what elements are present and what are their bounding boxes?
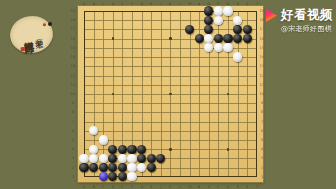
coordinate-label-bottom: B (91, 185, 96, 188)
white-stone (99, 135, 108, 144)
coordinate-label-bottom: N (197, 185, 202, 188)
play-logo-icon (265, 9, 277, 22)
red-seal-dot-icon (43, 23, 46, 26)
channel-stamp: 好围棋 宋老师 (8, 14, 55, 56)
coordinate-label-top: H (149, 2, 154, 5)
coordinate-label-right: 9 (260, 101, 265, 104)
coordinate-label-bottom: Q (226, 185, 231, 188)
coordinate-label-left: 19 (71, 9, 76, 12)
channel-handle-text: @宋老师好围棋 (281, 24, 332, 34)
coordinate-label-top: M (187, 2, 192, 5)
coordinate-label-bottom: S (245, 185, 250, 188)
white-stone (79, 154, 88, 163)
white-stone (223, 6, 232, 15)
coordinate-label-left: 5 (71, 138, 76, 141)
coordinate-label-top: L (178, 2, 183, 5)
coordinate-label-top: C (101, 2, 106, 5)
star-point (169, 93, 172, 96)
coordinate-label-right: 14 (260, 55, 265, 58)
star-point (169, 37, 172, 40)
coordinate-label-bottom: D (110, 185, 115, 188)
coordinate-label-left: 10 (71, 92, 76, 95)
coordinate-label-left: 9 (71, 101, 76, 104)
coordinate-label-left: 11 (71, 83, 76, 86)
black-stone (204, 6, 213, 15)
coordinate-label-left: 16 (71, 37, 76, 40)
coordinate-label-left: 17 (71, 28, 76, 31)
white-stone (99, 154, 108, 163)
video-frame: 好围棋 宋老师 好看视频 @宋老师好围棋 AABBCCDDEEFFGGHHJJK… (0, 0, 336, 189)
coordinate-label-left: 6 (71, 129, 76, 132)
coordinate-label-bottom: A (82, 185, 87, 188)
stamp-text-small: 宋老师 (33, 33, 41, 34)
coordinate-label-top: Q (226, 2, 231, 5)
coordinate-label-left: 15 (71, 46, 76, 49)
coordinate-label-bottom: M (187, 185, 192, 188)
coordinate-label-top: J (158, 2, 163, 5)
coordinate-label-right: 2 (260, 166, 265, 169)
coordinate-label-left: 2 (71, 166, 76, 169)
coordinate-label-left: 18 (71, 18, 76, 21)
coordinate-label-bottom: R (235, 185, 240, 188)
star-point (112, 37, 115, 40)
coordinate-label-top: T (254, 2, 259, 5)
red-seal-icon (20, 47, 24, 51)
coordinate-label-right: 12 (260, 74, 265, 77)
black-stone (147, 163, 156, 172)
black-stone (99, 163, 108, 172)
coordinate-label-right: 11 (260, 83, 265, 86)
white-stone (233, 52, 242, 61)
coordinate-label-top: O (206, 2, 211, 5)
coordinate-label-bottom: F (130, 185, 135, 188)
black-stone (223, 34, 232, 43)
watermark-logo-text: 好看视频 (281, 7, 333, 24)
coordinate-label-right: 13 (260, 65, 265, 68)
black-stone (243, 34, 252, 43)
coordinate-label-top: P (216, 2, 221, 5)
white-stone (214, 16, 223, 25)
coordinate-label-bottom: C (101, 185, 106, 188)
star-point (227, 148, 230, 151)
coordinate-label-top: A (82, 2, 87, 5)
coordinate-label-right: 5 (260, 138, 265, 141)
coordinate-label-right: 19 (260, 9, 265, 12)
star-point (169, 148, 172, 151)
coordinate-label-bottom: T (254, 185, 259, 188)
coordinate-label-top: G (139, 2, 144, 5)
coordinate-label-right: 1 (260, 175, 265, 178)
white-stone (127, 154, 136, 163)
coordinate-label-top: S (245, 2, 250, 5)
coordinate-label-top: R (235, 2, 240, 5)
coordinate-label-top: N (197, 2, 202, 5)
white-stone (127, 172, 136, 181)
coordinate-label-bottom: P (216, 185, 221, 188)
black-stone (243, 25, 252, 34)
black-stone (127, 145, 136, 154)
coordinate-label-left: 7 (71, 120, 76, 123)
coordinate-label-right: 8 (260, 111, 265, 114)
coordinate-label-top: F (130, 2, 135, 5)
coordinate-label-right: 6 (260, 129, 265, 132)
coordinate-label-right: 17 (260, 28, 265, 31)
coordinate-label-bottom: J (158, 185, 163, 188)
coordinate-label-bottom: E (120, 185, 125, 188)
coordinate-label-right: 3 (260, 157, 265, 160)
coordinate-label-left: 1 (71, 175, 76, 178)
coordinate-label-bottom: K (168, 185, 173, 188)
coordinate-label-right: 18 (260, 18, 265, 21)
black-stone (147, 154, 156, 163)
white-stone (233, 16, 242, 25)
coordinate-label-left: 8 (71, 111, 76, 114)
coordinate-label-left: 12 (71, 74, 76, 77)
stamp-text-big: 好围棋 (22, 34, 32, 35)
black-stone (79, 163, 88, 172)
coordinate-label-bottom: L (178, 185, 183, 188)
coordinate-label-top: E (120, 2, 125, 5)
white-stone (214, 6, 223, 15)
white-stone (118, 154, 127, 163)
coordinate-label-right: 4 (260, 148, 265, 151)
coordinate-label-top: D (110, 2, 115, 5)
coordinate-label-right: 15 (260, 46, 265, 49)
stamp-ink-dot-icon (48, 22, 52, 26)
black-stone (118, 145, 127, 154)
coordinate-label-right: 7 (260, 120, 265, 123)
coordinate-label-bottom: H (149, 185, 154, 188)
coordinate-label-right: 16 (260, 37, 265, 40)
coordinate-label-left: 4 (71, 148, 76, 151)
coordinate-label-top: K (168, 2, 173, 5)
coordinate-label-left: 14 (71, 55, 76, 58)
white-stone (89, 145, 98, 154)
black-stone (195, 34, 204, 43)
haokan-watermark: 好看视频 (265, 7, 333, 24)
coordinate-label-left: 3 (71, 157, 76, 160)
coordinate-label-right: 10 (260, 92, 265, 95)
white-stone (223, 43, 232, 52)
coordinate-label-bottom: O (206, 185, 211, 188)
coordinate-label-top: B (91, 2, 96, 5)
white-stone (127, 163, 136, 172)
coordinate-label-left: 13 (71, 65, 76, 68)
black-stone (137, 145, 146, 154)
coordinate-label-bottom: G (139, 185, 144, 188)
